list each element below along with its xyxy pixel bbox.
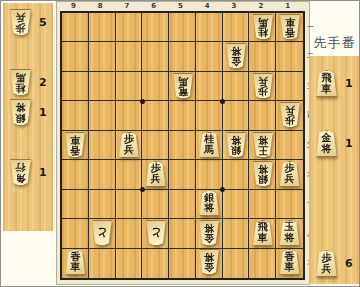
koma-kanji: 馬 xyxy=(16,72,26,83)
gote-hand-count-桂馬: 2 xyxy=(39,76,47,89)
board-square-2九[interactable] xyxy=(249,249,276,278)
koma-kanji: 兵 xyxy=(151,174,161,185)
koma-kanji: 歩 xyxy=(285,115,295,126)
board-square-7六[interactable] xyxy=(116,160,143,189)
board-square-2二[interactable] xyxy=(249,42,276,71)
koma-kanji: 馬 xyxy=(258,16,268,27)
gote-koma-8八[interactable]: と xyxy=(91,220,113,246)
file-label-7: 7 xyxy=(114,2,141,11)
koma-kanji: と xyxy=(97,226,108,239)
board-square-7一[interactable] xyxy=(116,13,143,42)
board-square-3九[interactable] xyxy=(223,249,250,278)
board-square-4二[interactable] xyxy=(196,42,223,71)
gote-koma-1四[interactable]: 歩兵 xyxy=(279,102,301,128)
board-square-6二[interactable] xyxy=(142,42,169,71)
board-square-9七[interactable] xyxy=(62,190,89,219)
board-square-9三[interactable] xyxy=(62,72,89,101)
koma-kanji: 車 xyxy=(322,84,332,95)
koma-kanji: 将 xyxy=(322,144,332,155)
board-square-8五[interactable] xyxy=(89,131,116,160)
koma-kanji: 馬 xyxy=(204,145,214,156)
sente-koma-7五[interactable]: 歩兵 xyxy=(118,132,140,158)
board-square-2四[interactable] xyxy=(249,101,276,130)
koma-kanji: 金 xyxy=(231,56,241,67)
gote-koma-3二[interactable]: 金将 xyxy=(225,43,247,69)
board-square-3八[interactable] xyxy=(223,219,250,248)
board-square-4四[interactable] xyxy=(196,101,223,130)
board-square-4一[interactable] xyxy=(196,13,223,42)
sente-hand-panel: 飛車1金将1歩兵6 xyxy=(309,56,359,284)
board-square-6四[interactable] xyxy=(142,101,169,130)
board-square-7七[interactable] xyxy=(116,190,143,219)
gote-koma-4八[interactable]: 金将 xyxy=(198,220,220,246)
board-square-5九[interactable] xyxy=(169,249,196,278)
board-square-8二[interactable] xyxy=(89,42,116,71)
koma-kanji: 香 xyxy=(285,27,295,38)
koma-kanji: 将 xyxy=(231,134,241,145)
board-square-3七[interactable] xyxy=(223,190,250,219)
koma-kanji: 兵 xyxy=(285,174,295,185)
koma-kanji: 兵 xyxy=(124,145,134,156)
gote-koma-2五[interactable]: 王将 xyxy=(252,132,274,158)
koma-kanji: 歩 xyxy=(16,23,26,34)
gote-hand-count-歩兵: 5 xyxy=(39,16,47,29)
board-grid: 香車桂馬金将竜馬歩兵歩兵香車歩兵桂馬銀将王将歩兵銀将歩兵銀将とと金将飛車玉将香車… xyxy=(60,11,305,280)
board-square-8四[interactable] xyxy=(89,101,116,130)
file-label-3: 3 xyxy=(221,2,248,11)
sente-koma-6六[interactable]: 歩兵 xyxy=(145,161,167,187)
gote-koma-2一[interactable]: 桂馬 xyxy=(252,14,274,40)
gote-hand-koma-桂馬[interactable]: 桂馬 xyxy=(9,69,32,96)
turn-indicator: 先手番 xyxy=(310,34,359,52)
board-square-7九[interactable] xyxy=(116,249,143,278)
gote-koma-6八[interactable]: と xyxy=(145,220,167,246)
koma-kanji: 王 xyxy=(258,145,268,156)
sente-koma-1九[interactable]: 香車 xyxy=(279,249,301,275)
board-square-8九[interactable] xyxy=(89,249,116,278)
gote-koma-2六[interactable]: 銀将 xyxy=(252,161,274,187)
gote-koma-9五[interactable]: 香車 xyxy=(64,132,86,158)
koma-kanji: と xyxy=(150,226,161,239)
hoshi-dot xyxy=(140,99,145,104)
koma-kanji: 車 xyxy=(70,134,80,145)
file-label-6: 6 xyxy=(140,2,167,11)
koma-kanji: 金 xyxy=(322,133,332,144)
shogi-viewer: 歩兵5桂馬2銀将1角行1 香車桂馬金将竜馬歩兵歩兵香車歩兵桂馬銀将王将歩兵銀将歩… xyxy=(0,0,360,287)
gote-hand-count-銀将: 1 xyxy=(39,106,47,119)
sente-hand-count-歩兵: 6 xyxy=(345,257,353,270)
koma-kanji: 桂 xyxy=(16,83,26,94)
sente-koma-2八[interactable]: 飛車 xyxy=(252,220,274,246)
board-square-1三[interactable] xyxy=(276,72,303,101)
board-square-3一[interactable] xyxy=(223,13,250,42)
sente-hand-koma-歩兵[interactable]: 歩兵 xyxy=(315,250,338,277)
koma-kanji: 将 xyxy=(258,134,268,145)
koma-kanji: 将 xyxy=(204,252,214,263)
koma-kanji: 将 xyxy=(258,163,268,174)
board-square-7四[interactable] xyxy=(116,101,143,130)
koma-kanji: 銀 xyxy=(258,174,268,185)
gote-koma-5三[interactable]: 竜馬 xyxy=(172,73,194,99)
board-square-9四[interactable] xyxy=(62,101,89,130)
koma-kanji: 車 xyxy=(285,16,295,27)
koma-kanji: 将 xyxy=(204,203,214,214)
sente-hand-count-金将: 1 xyxy=(345,137,353,150)
gote-hand-koma-歩兵[interactable]: 歩兵 xyxy=(9,9,32,36)
sente-hand-count-飛車: 1 xyxy=(345,77,353,90)
board-square-1七[interactable] xyxy=(276,190,303,219)
board-square-2七[interactable] xyxy=(249,190,276,219)
board-square-9一[interactable] xyxy=(62,13,89,42)
board-square-6五[interactable] xyxy=(142,131,169,160)
board-square-5二[interactable] xyxy=(169,42,196,71)
koma-kanji: 将 xyxy=(285,233,295,244)
board-square-7二[interactable] xyxy=(116,42,143,71)
board-square-5五[interactable] xyxy=(169,131,196,160)
koma-kanji: 金 xyxy=(204,262,214,273)
hoshi-dot xyxy=(220,99,225,104)
sente-hand-koma-金将[interactable]: 金将 xyxy=(315,130,338,157)
koma-kanji: 兵 xyxy=(285,105,295,116)
board-square-8一[interactable] xyxy=(89,13,116,42)
board-square-6一[interactable] xyxy=(142,13,169,42)
board-square-7八[interactable] xyxy=(116,219,143,248)
sente-koma-9九[interactable]: 香車 xyxy=(64,249,86,275)
gote-koma-3五[interactable]: 銀将 xyxy=(225,132,247,158)
gote-hand-panel: 歩兵5桂馬2銀将1角行1 xyxy=(3,3,53,231)
koma-kanji: 兵 xyxy=(258,75,268,86)
koma-kanji: 歩 xyxy=(124,134,134,145)
koma-kanji: 兵 xyxy=(16,12,26,23)
board-square-5七[interactable] xyxy=(169,190,196,219)
koma-kanji: 金 xyxy=(204,233,214,244)
sente-hand-koma-飛車[interactable]: 飛車 xyxy=(315,70,338,97)
board-square-9二[interactable] xyxy=(62,42,89,71)
gote-hand-koma-角行[interactable]: 角行 xyxy=(9,159,32,186)
board-square-7三[interactable] xyxy=(116,72,143,101)
file-label-2: 2 xyxy=(247,2,274,11)
gote-koma-4九[interactable]: 金将 xyxy=(198,249,220,275)
koma-kanji: 車 xyxy=(285,262,295,273)
board-square-6九[interactable] xyxy=(142,249,169,278)
sente-koma-4五[interactable]: 桂馬 xyxy=(198,132,220,158)
koma-kanji: 車 xyxy=(258,233,268,244)
gote-hand-koma-銀将[interactable]: 銀将 xyxy=(9,99,32,126)
hoshi-dot xyxy=(140,187,145,192)
board-square-3六[interactable] xyxy=(223,160,250,189)
koma-kanji: 行 xyxy=(16,162,26,173)
board-square-5四[interactable] xyxy=(169,101,196,130)
file-label-4: 4 xyxy=(194,2,221,11)
koma-kanji: 将 xyxy=(231,46,241,57)
koma-kanji: 車 xyxy=(70,262,80,273)
koma-kanji: 飛 xyxy=(322,73,332,84)
board-square-4三[interactable] xyxy=(196,72,223,101)
sente-koma-4七[interactable]: 銀将 xyxy=(198,190,220,216)
file-label-1: 1 xyxy=(274,2,301,11)
koma-kanji: 桂 xyxy=(258,27,268,38)
board-square-3四[interactable] xyxy=(223,101,250,130)
board-frame: 香車桂馬金将竜馬歩兵歩兵香車歩兵桂馬銀将王将歩兵銀将歩兵銀将とと金将飛車玉将香車… xyxy=(56,1,310,285)
board-square-8三[interactable] xyxy=(89,72,116,101)
koma-kanji: 竜 xyxy=(178,86,188,97)
board-square-1五[interactable] xyxy=(276,131,303,160)
koma-kanji: 馬 xyxy=(178,75,188,86)
koma-kanji: 将 xyxy=(204,222,214,233)
koma-kanji: 兵 xyxy=(322,264,332,275)
file-label-5: 5 xyxy=(167,2,194,11)
board-square-5六[interactable] xyxy=(169,160,196,189)
file-label-8: 8 xyxy=(87,2,114,11)
koma-kanji: 銀 xyxy=(231,145,241,156)
koma-kanji: 香 xyxy=(70,145,80,156)
board-square-1二[interactable] xyxy=(276,42,303,71)
board-square-4六[interactable] xyxy=(196,160,223,189)
gote-koma-2三[interactable]: 歩兵 xyxy=(252,73,274,99)
koma-kanji: 角 xyxy=(16,173,26,184)
koma-kanji: 歩 xyxy=(258,86,268,97)
board-square-8六[interactable] xyxy=(89,160,116,189)
board-square-5八[interactable] xyxy=(169,219,196,248)
koma-kanji: 桂 xyxy=(204,134,214,145)
board-square-8七[interactable] xyxy=(89,190,116,219)
board-square-5一[interactable] xyxy=(169,13,196,42)
sente-koma-1八[interactable]: 玉将 xyxy=(279,220,301,246)
sente-koma-1六[interactable]: 歩兵 xyxy=(279,161,301,187)
board-square-9六[interactable] xyxy=(62,160,89,189)
gote-hand-count-角行: 1 xyxy=(39,166,47,179)
koma-kanji: 銀 xyxy=(16,113,26,124)
board-square-6七[interactable] xyxy=(142,190,169,219)
board-square-3三[interactable] xyxy=(223,72,250,101)
koma-kanji: 歩 xyxy=(322,253,332,264)
board-square-9八[interactable] xyxy=(62,219,89,248)
board-square-6三[interactable] xyxy=(142,72,169,101)
gote-koma-1一[interactable]: 香車 xyxy=(279,14,301,40)
file-label-9: 9 xyxy=(60,2,87,11)
koma-kanji: 将 xyxy=(16,102,26,113)
rank-label-1: 一 xyxy=(306,22,315,32)
